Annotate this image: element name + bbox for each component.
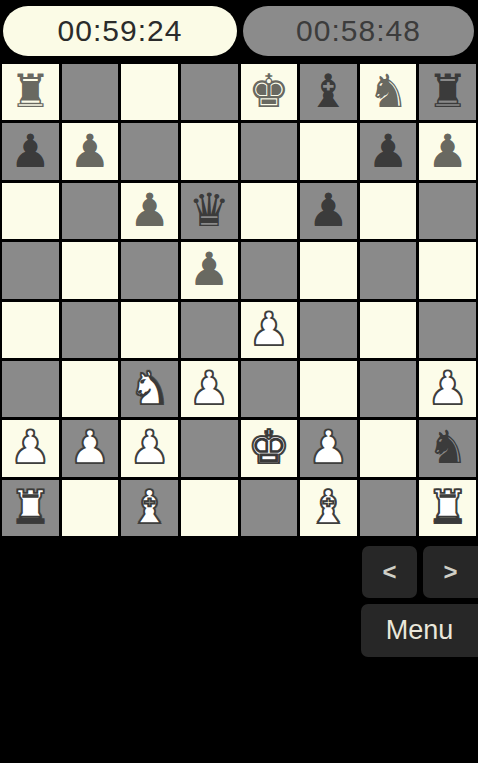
piece-black-rook-h8: ♜ [427,68,468,114]
square-h2[interactable]: ♞ [419,420,476,476]
square-c2[interactable]: ♟ [121,420,178,476]
square-h7[interactable]: ♟ [419,123,476,179]
square-e2[interactable]: ♚ [241,420,298,476]
piece-black-pawn-f6: ♟ [308,187,349,233]
piece-black-queen-d6: ♛ [189,187,230,233]
square-d3[interactable]: ♟ [181,361,238,417]
square-g1[interactable] [360,480,417,536]
next-move-button[interactable]: > [423,546,478,598]
square-f2[interactable]: ♟ [300,420,357,476]
square-h1[interactable]: ♜ [419,480,476,536]
piece-white-king-e2: ♚ [248,424,289,470]
controls: < > Menu [361,546,478,657]
square-b8[interactable] [62,64,119,120]
piece-white-knight-c3: ♞ [129,365,170,411]
square-b2[interactable]: ♟ [62,420,119,476]
square-d4[interactable] [181,302,238,358]
square-d2[interactable] [181,420,238,476]
square-f6[interactable]: ♟ [300,183,357,239]
square-a4[interactable] [2,302,59,358]
square-d5[interactable]: ♟ [181,242,238,298]
square-c1[interactable]: ♝ [121,480,178,536]
square-e6[interactable] [241,183,298,239]
piece-white-bishop-f1: ♝ [308,484,349,530]
square-d8[interactable] [181,64,238,120]
nav-row: < > [362,546,478,598]
piece-white-pawn-a2: ♟ [10,424,51,470]
piece-black-pawn-d5: ♟ [189,246,230,292]
square-g2[interactable] [360,420,417,476]
white-clock: 00:59:24 [3,6,237,56]
piece-white-pawn-c2: ♟ [129,424,170,470]
piece-white-pawn-f2: ♟ [308,424,349,470]
square-d1[interactable] [181,480,238,536]
next-move-icon: > [443,558,457,586]
square-f7[interactable] [300,123,357,179]
piece-black-pawn-g7: ♟ [367,128,408,174]
piece-white-pawn-d3: ♟ [189,365,230,411]
piece-white-bishop-c1: ♝ [129,484,170,530]
square-h8[interactable]: ♜ [419,64,476,120]
square-f3[interactable] [300,361,357,417]
piece-white-pawn-e4: ♟ [248,306,289,352]
piece-black-pawn-b7: ♟ [69,128,110,174]
piece-black-pawn-c6: ♟ [129,187,170,233]
piece-white-pawn-h3: ♟ [427,365,468,411]
square-e1[interactable] [241,480,298,536]
square-e8[interactable]: ♚ [241,64,298,120]
square-a3[interactable] [2,361,59,417]
square-g7[interactable]: ♟ [360,123,417,179]
piece-black-rook-a8: ♜ [10,68,51,114]
square-c3[interactable]: ♞ [121,361,178,417]
square-c5[interactable] [121,242,178,298]
black-clock: 00:58:48 [243,6,474,56]
menu-button[interactable]: Menu [361,604,478,657]
chess-board: ♜♚♝♞♜♟♟♟♟♟♛♟♟♟♞♟♟♟♟♟♚♟♞♜♝♝♜ [0,62,478,538]
piece-black-knight-g8: ♞ [367,68,408,114]
menu-button-label: Menu [386,615,454,646]
square-g4[interactable] [360,302,417,358]
square-e4[interactable]: ♟ [241,302,298,358]
square-g8[interactable]: ♞ [360,64,417,120]
square-c4[interactable] [121,302,178,358]
previous-move-icon: < [382,558,396,586]
square-a8[interactable]: ♜ [2,64,59,120]
square-g5[interactable] [360,242,417,298]
piece-black-knight-h2: ♞ [427,424,468,470]
square-f4[interactable] [300,302,357,358]
square-b7[interactable]: ♟ [62,123,119,179]
square-b5[interactable] [62,242,119,298]
square-h4[interactable] [419,302,476,358]
square-f8[interactable]: ♝ [300,64,357,120]
square-a5[interactable] [2,242,59,298]
square-f1[interactable]: ♝ [300,480,357,536]
previous-move-button[interactable]: < [362,546,417,598]
piece-white-pawn-b2: ♟ [69,424,110,470]
square-f5[interactable] [300,242,357,298]
square-a2[interactable]: ♟ [2,420,59,476]
square-a1[interactable]: ♜ [2,480,59,536]
clock-bar: 00:59:24 00:58:48 [0,0,478,56]
square-c7[interactable] [121,123,178,179]
piece-black-pawn-h7: ♟ [427,128,468,174]
square-c8[interactable] [121,64,178,120]
square-b3[interactable] [62,361,119,417]
square-a7[interactable]: ♟ [2,123,59,179]
square-b1[interactable] [62,480,119,536]
square-h3[interactable]: ♟ [419,361,476,417]
square-e7[interactable] [241,123,298,179]
square-a6[interactable] [2,183,59,239]
piece-black-pawn-a7: ♟ [10,128,51,174]
piece-black-king-e8: ♚ [248,68,289,114]
square-e3[interactable] [241,361,298,417]
square-e5[interactable] [241,242,298,298]
square-h6[interactable] [419,183,476,239]
square-b6[interactable] [62,183,119,239]
black-clock-time: 00:58:48 [296,14,421,48]
square-g3[interactable] [360,361,417,417]
piece-white-rook-h1: ♜ [427,484,468,530]
square-d7[interactable] [181,123,238,179]
square-c6[interactable]: ♟ [121,183,178,239]
white-clock-time: 00:59:24 [58,14,183,48]
piece-white-rook-a1: ♜ [10,484,51,530]
square-g6[interactable] [360,183,417,239]
square-h5[interactable] [419,242,476,298]
piece-black-bishop-f8: ♝ [308,68,349,114]
square-b4[interactable] [62,302,119,358]
square-d6[interactable]: ♛ [181,183,238,239]
